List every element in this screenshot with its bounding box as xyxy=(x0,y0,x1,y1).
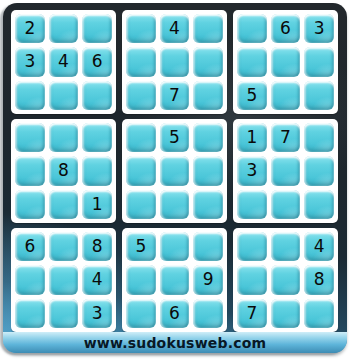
cell-r4c8[interactable]: 7 xyxy=(271,123,301,152)
block-3-3: 487 xyxy=(233,228,338,332)
cell-r6c2[interactable] xyxy=(49,190,79,219)
cell-r2c2[interactable]: 4 xyxy=(49,47,79,76)
cell-r7c1[interactable]: 6 xyxy=(15,232,45,261)
block-1-2: 47 xyxy=(122,10,227,114)
cell-r6c5[interactable] xyxy=(160,190,190,219)
cell-r3c9[interactable] xyxy=(304,81,334,110)
footer-bar: www.sudokusweb.com xyxy=(3,332,347,353)
cell-r2c7[interactable] xyxy=(237,47,267,76)
cell-r3c3[interactable] xyxy=(82,81,112,110)
cell-r8c4[interactable] xyxy=(126,265,156,294)
cell-r1c1[interactable]: 2 xyxy=(15,14,45,43)
cell-r3c6[interactable] xyxy=(193,81,223,110)
cell-r8c9[interactable]: 8 xyxy=(304,265,334,294)
cell-r6c1[interactable] xyxy=(15,190,45,219)
cell-r9c3[interactable]: 3 xyxy=(82,299,112,328)
cell-r3c2[interactable] xyxy=(49,81,79,110)
cell-r6c8[interactable] xyxy=(271,190,301,219)
cell-r1c3[interactable] xyxy=(82,14,112,43)
cell-r5c9[interactable] xyxy=(304,156,334,185)
cell-r4c3[interactable] xyxy=(82,123,112,152)
cell-r1c2[interactable] xyxy=(49,14,79,43)
cell-r9c8[interactable] xyxy=(271,299,301,328)
cell-r8c2[interactable] xyxy=(49,265,79,294)
cell-r9c9[interactable] xyxy=(304,299,334,328)
cell-r8c8[interactable] xyxy=(271,265,301,294)
cell-r5c8[interactable] xyxy=(271,156,301,185)
cell-r5c7[interactable]: 3 xyxy=(237,156,267,185)
cell-r6c4[interactable] xyxy=(126,190,156,219)
cell-r2c6[interactable] xyxy=(193,47,223,76)
cell-r1c4[interactable] xyxy=(126,14,156,43)
cell-r3c1[interactable] xyxy=(15,81,45,110)
cell-r3c4[interactable] xyxy=(126,81,156,110)
cell-r7c7[interactable] xyxy=(237,232,267,261)
cell-r8c5[interactable] xyxy=(160,265,190,294)
cell-r8c6[interactable]: 9 xyxy=(193,265,223,294)
cell-r4c6[interactable] xyxy=(193,123,223,152)
site-link[interactable]: www.sudokusweb.com xyxy=(84,335,267,351)
cell-r7c8[interactable] xyxy=(271,232,301,261)
cell-r1c8[interactable]: 6 xyxy=(271,14,301,43)
cell-r3c8[interactable] xyxy=(271,81,301,110)
cell-r2c4[interactable] xyxy=(126,47,156,76)
cell-r2c3[interactable]: 6 xyxy=(82,47,112,76)
cell-r2c5[interactable] xyxy=(160,47,190,76)
cell-r6c7[interactable] xyxy=(237,190,267,219)
cell-r5c5[interactable] xyxy=(160,156,190,185)
cell-r5c1[interactable] xyxy=(15,156,45,185)
block-2-3: 173 xyxy=(233,119,338,223)
cell-r4c9[interactable] xyxy=(304,123,334,152)
cell-r9c2[interactable] xyxy=(49,299,79,328)
cell-r1c9[interactable]: 3 xyxy=(304,14,334,43)
cell-r8c3[interactable]: 4 xyxy=(82,265,112,294)
cell-r7c6[interactable] xyxy=(193,232,223,261)
cell-r5c6[interactable] xyxy=(193,156,223,185)
sudoku-grid: 2346476358151736843596487 xyxy=(11,10,338,332)
block-2-1: 81 xyxy=(11,119,116,223)
cell-r9c5[interactable]: 6 xyxy=(160,299,190,328)
block-1-3: 635 xyxy=(233,10,338,114)
cell-r5c4[interactable] xyxy=(126,156,156,185)
cell-r5c3[interactable] xyxy=(82,156,112,185)
cell-r8c7[interactable] xyxy=(237,265,267,294)
cell-r4c2[interactable] xyxy=(49,123,79,152)
cell-r1c7[interactable] xyxy=(237,14,267,43)
cell-r6c3[interactable]: 1 xyxy=(82,190,112,219)
cell-r7c2[interactable] xyxy=(49,232,79,261)
block-3-1: 6843 xyxy=(11,228,116,332)
cell-r2c1[interactable]: 3 xyxy=(15,47,45,76)
cell-r9c7[interactable]: 7 xyxy=(237,299,267,328)
cell-r7c3[interactable]: 8 xyxy=(82,232,112,261)
cell-r8c1[interactable] xyxy=(15,265,45,294)
cell-r9c4[interactable] xyxy=(126,299,156,328)
sudoku-image: 2346476358151736843596487 www.sudokusweb… xyxy=(0,0,350,360)
cell-r4c7[interactable]: 1 xyxy=(237,123,267,152)
cell-r3c7[interactable]: 5 xyxy=(237,81,267,110)
cell-r9c6[interactable] xyxy=(193,299,223,328)
cell-r4c1[interactable] xyxy=(15,123,45,152)
cell-r6c6[interactable] xyxy=(193,190,223,219)
cell-r7c9[interactable]: 4 xyxy=(304,232,334,261)
cell-r5c2[interactable]: 8 xyxy=(49,156,79,185)
cell-r2c8[interactable] xyxy=(271,47,301,76)
cell-r4c5[interactable]: 5 xyxy=(160,123,190,152)
block-2-2: 5 xyxy=(122,119,227,223)
block-1-1: 2346 xyxy=(11,10,116,114)
cell-r7c5[interactable] xyxy=(160,232,190,261)
block-3-2: 596 xyxy=(122,228,227,332)
cell-r6c9[interactable] xyxy=(304,190,334,219)
cell-r2c9[interactable] xyxy=(304,47,334,76)
cell-r7c4[interactable]: 5 xyxy=(126,232,156,261)
cell-r1c5[interactable]: 4 xyxy=(160,14,190,43)
cell-r1c6[interactable] xyxy=(193,14,223,43)
sudoku-board: 2346476358151736843596487 www.sudokusweb… xyxy=(3,3,347,353)
cell-r4c4[interactable] xyxy=(126,123,156,152)
cell-r9c1[interactable] xyxy=(15,299,45,328)
cell-r3c5[interactable]: 7 xyxy=(160,81,190,110)
